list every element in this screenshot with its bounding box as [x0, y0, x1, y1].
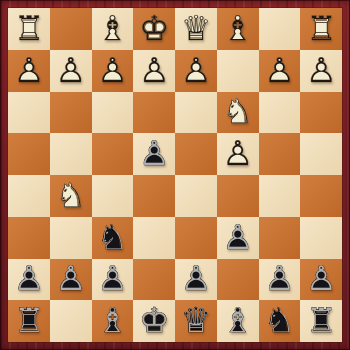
piece-black-king[interactable]: ♚♔	[133, 300, 175, 342]
square-a5[interactable]	[300, 175, 342, 217]
square-f4[interactable]	[92, 133, 134, 175]
black-bishop-outline-glyph: ♗	[217, 303, 259, 337]
white-pawn-outline-glyph: ♙	[259, 53, 301, 87]
square-a8[interactable]: ♜♖	[300, 300, 342, 342]
black-bishop-fill-glyph: ♝	[217, 303, 259, 337]
square-h7[interactable]: ♟♙	[8, 259, 50, 301]
white-pawn-outline-glyph: ♙	[300, 53, 342, 87]
square-f6[interactable]: ♞♘	[92, 217, 134, 259]
piece-white-pawn[interactable]: ♟♙	[8, 50, 50, 92]
square-d1[interactable]: ♛♕	[175, 8, 217, 50]
square-h3[interactable]	[8, 92, 50, 134]
white-knight-outline-glyph: ♘	[50, 178, 92, 212]
black-pawn-fill-glyph: ♟	[92, 261, 134, 295]
square-h6[interactable]	[8, 217, 50, 259]
piece-black-pawn[interactable]: ♟♙	[50, 259, 92, 301]
black-pawn-outline-glyph: ♙	[217, 220, 259, 254]
black-rook-outline-glyph: ♖	[8, 303, 50, 337]
piece-white-pawn[interactable]: ♟♙	[217, 133, 259, 175]
square-b7[interactable]: ♟♙	[259, 259, 301, 301]
black-pawn-fill-glyph: ♟	[217, 220, 259, 254]
square-e7[interactable]	[133, 259, 175, 301]
square-g1[interactable]	[50, 8, 92, 50]
square-e3[interactable]	[133, 92, 175, 134]
square-f7[interactable]: ♟♙	[92, 259, 134, 301]
square-f3[interactable]	[92, 92, 134, 134]
square-e4[interactable]: ♟♙	[133, 133, 175, 175]
square-d7[interactable]: ♟♙	[175, 259, 217, 301]
square-b6[interactable]	[259, 217, 301, 259]
square-g6[interactable]	[50, 217, 92, 259]
white-queen-fill-glyph: ♛	[175, 11, 217, 45]
piece-white-pawn[interactable]: ♟♙	[175, 50, 217, 92]
piece-black-pawn[interactable]: ♟♙	[133, 133, 175, 175]
black-pawn-outline-glyph: ♙	[175, 261, 217, 295]
black-pawn-outline-glyph: ♙	[133, 136, 175, 170]
square-a6[interactable]	[300, 217, 342, 259]
white-knight-outline-glyph: ♘	[217, 94, 259, 128]
piece-white-pawn[interactable]: ♟♙	[50, 50, 92, 92]
square-c2[interactable]	[217, 50, 259, 92]
chess-board: ♜♖♝♗♚♔♛♕♝♗♜♖♟♙♟♙♟♙♟♙♟♙♟♙♟♙♞♘♟♙♟♙♞♘♞♘♟♙♟♙…	[8, 8, 342, 342]
white-bishop-outline-glyph: ♗	[92, 11, 134, 45]
white-knight-fill-glyph: ♞	[217, 94, 259, 128]
square-g2[interactable]: ♟♙	[50, 50, 92, 92]
black-pawn-fill-glyph: ♟	[8, 261, 50, 295]
piece-white-queen[interactable]: ♛♕	[175, 8, 217, 50]
white-pawn-fill-glyph: ♟	[300, 53, 342, 87]
square-c4[interactable]: ♟♙	[217, 133, 259, 175]
piece-white-king[interactable]: ♚♔	[133, 8, 175, 50]
piece-white-bishop[interactable]: ♝♗	[92, 8, 134, 50]
white-knight-fill-glyph: ♞	[50, 178, 92, 212]
square-e1[interactable]: ♚♔	[133, 8, 175, 50]
black-pawn-fill-glyph: ♟	[175, 261, 217, 295]
square-f1[interactable]: ♝♗	[92, 8, 134, 50]
black-bishop-fill-glyph: ♝	[92, 303, 134, 337]
square-d2[interactable]: ♟♙	[175, 50, 217, 92]
black-pawn-outline-glyph: ♙	[50, 261, 92, 295]
white-pawn-outline-glyph: ♙	[133, 53, 175, 87]
black-rook-fill-glyph: ♜	[300, 303, 342, 337]
square-c3[interactable]: ♞♘	[217, 92, 259, 134]
white-bishop-outline-glyph: ♗	[217, 11, 259, 45]
square-e2[interactable]: ♟♙	[133, 50, 175, 92]
white-rook-fill-glyph: ♜	[8, 11, 50, 45]
white-king-fill-glyph: ♚	[133, 11, 175, 45]
black-bishop-outline-glyph: ♗	[92, 303, 134, 337]
board-frame: ♜♖♝♗♚♔♛♕♝♗♜♖♟♙♟♙♟♙♟♙♟♙♟♙♟♙♞♘♟♙♟♙♞♘♞♘♟♙♟♙…	[0, 0, 350, 350]
black-pawn-outline-glyph: ♙	[259, 261, 301, 295]
white-queen-outline-glyph: ♕	[175, 11, 217, 45]
square-d4[interactable]	[175, 133, 217, 175]
piece-black-knight[interactable]: ♞♘	[259, 300, 301, 342]
piece-black-pawn[interactable]: ♟♙	[259, 259, 301, 301]
square-c1[interactable]: ♝♗	[217, 8, 259, 50]
square-b3[interactable]	[259, 92, 301, 134]
black-rook-outline-glyph: ♖	[300, 303, 342, 337]
square-a7[interactable]: ♟♙	[300, 259, 342, 301]
piece-black-pawn[interactable]: ♟♙	[175, 259, 217, 301]
white-pawn-fill-glyph: ♟	[50, 53, 92, 87]
black-pawn-outline-glyph: ♙	[8, 261, 50, 295]
white-pawn-fill-glyph: ♟	[175, 53, 217, 87]
square-b2[interactable]: ♟♙	[259, 50, 301, 92]
square-d5[interactable]	[175, 175, 217, 217]
white-pawn-outline-glyph: ♙	[50, 53, 92, 87]
square-d8[interactable]: ♛♕	[175, 300, 217, 342]
white-pawn-fill-glyph: ♟	[92, 53, 134, 87]
black-king-fill-glyph: ♚	[133, 303, 175, 337]
square-f8[interactable]: ♝♗	[92, 300, 134, 342]
square-g4[interactable]	[50, 133, 92, 175]
black-pawn-outline-glyph: ♙	[92, 261, 134, 295]
square-g5[interactable]: ♞♘	[50, 175, 92, 217]
square-h2[interactable]: ♟♙	[8, 50, 50, 92]
piece-black-pawn[interactable]: ♟♙	[92, 259, 134, 301]
piece-white-bishop[interactable]: ♝♗	[217, 8, 259, 50]
black-knight-fill-glyph: ♞	[259, 303, 301, 337]
black-knight-fill-glyph: ♞	[92, 220, 134, 254]
square-g7[interactable]: ♟♙	[50, 259, 92, 301]
black-rook-fill-glyph: ♜	[8, 303, 50, 337]
square-g3[interactable]	[50, 92, 92, 134]
square-c8[interactable]: ♝♗	[217, 300, 259, 342]
piece-black-queen[interactable]: ♛♕	[175, 300, 217, 342]
square-f2[interactable]: ♟♙	[92, 50, 134, 92]
black-pawn-fill-glyph: ♟	[300, 261, 342, 295]
piece-white-pawn[interactable]: ♟♙	[133, 50, 175, 92]
square-g8[interactable]	[50, 300, 92, 342]
square-c7[interactable]	[217, 259, 259, 301]
piece-black-pawn[interactable]: ♟♙	[8, 259, 50, 301]
square-f5[interactable]	[92, 175, 134, 217]
black-knight-outline-glyph: ♘	[259, 303, 301, 337]
piece-white-knight[interactable]: ♞♘	[50, 175, 92, 217]
piece-black-rook[interactable]: ♜♖	[300, 300, 342, 342]
square-a3[interactable]	[300, 92, 342, 134]
square-c5[interactable]	[217, 175, 259, 217]
square-d6[interactable]	[175, 217, 217, 259]
piece-white-pawn[interactable]: ♟♙	[259, 50, 301, 92]
square-b5[interactable]	[259, 175, 301, 217]
white-pawn-outline-glyph: ♙	[92, 53, 134, 87]
white-pawn-outline-glyph: ♙	[217, 136, 259, 170]
white-bishop-fill-glyph: ♝	[92, 11, 134, 45]
square-c6[interactable]: ♟♙	[217, 217, 259, 259]
square-e5[interactable]	[133, 175, 175, 217]
white-pawn-fill-glyph: ♟	[8, 53, 50, 87]
piece-white-pawn[interactable]: ♟♙	[92, 50, 134, 92]
white-pawn-fill-glyph: ♟	[259, 53, 301, 87]
black-pawn-fill-glyph: ♟	[133, 136, 175, 170]
black-queen-fill-glyph: ♛	[175, 303, 217, 337]
square-d3[interactable]	[175, 92, 217, 134]
piece-white-pawn[interactable]: ♟♙	[300, 50, 342, 92]
square-a1[interactable]: ♜♖	[300, 8, 342, 50]
piece-black-bishop[interactable]: ♝♗	[217, 300, 259, 342]
black-king-outline-glyph: ♔	[133, 303, 175, 337]
square-a2[interactable]: ♟♙	[300, 50, 342, 92]
square-b1[interactable]	[259, 8, 301, 50]
black-pawn-fill-glyph: ♟	[259, 261, 301, 295]
white-pawn-fill-glyph: ♟	[217, 136, 259, 170]
white-bishop-fill-glyph: ♝	[217, 11, 259, 45]
black-knight-outline-glyph: ♘	[92, 220, 134, 254]
square-h4[interactable]	[8, 133, 50, 175]
square-h5[interactable]	[8, 175, 50, 217]
square-e8[interactable]: ♚♔	[133, 300, 175, 342]
square-h1[interactable]: ♜♖	[8, 8, 50, 50]
piece-black-bishop[interactable]: ♝♗	[92, 300, 134, 342]
piece-black-pawn[interactable]: ♟♙	[300, 259, 342, 301]
black-pawn-fill-glyph: ♟	[50, 261, 92, 295]
piece-black-pawn[interactable]: ♟♙	[217, 217, 259, 259]
piece-white-rook[interactable]: ♜♖	[8, 8, 50, 50]
piece-black-knight[interactable]: ♞♘	[92, 217, 134, 259]
white-pawn-fill-glyph: ♟	[133, 53, 175, 87]
black-queen-outline-glyph: ♕	[175, 303, 217, 337]
black-pawn-outline-glyph: ♙	[300, 261, 342, 295]
square-b4[interactable]	[259, 133, 301, 175]
piece-white-rook[interactable]: ♜♖	[300, 8, 342, 50]
square-a4[interactable]	[300, 133, 342, 175]
piece-black-rook[interactable]: ♜♖	[8, 300, 50, 342]
white-king-outline-glyph: ♔	[133, 11, 175, 45]
white-pawn-outline-glyph: ♙	[8, 53, 50, 87]
white-rook-outline-glyph: ♖	[300, 11, 342, 45]
square-b8[interactable]: ♞♘	[259, 300, 301, 342]
square-h8[interactable]: ♜♖	[8, 300, 50, 342]
white-rook-fill-glyph: ♜	[300, 11, 342, 45]
piece-white-knight[interactable]: ♞♘	[217, 92, 259, 134]
white-rook-outline-glyph: ♖	[8, 11, 50, 45]
square-e6[interactable]	[133, 217, 175, 259]
white-pawn-outline-glyph: ♙	[175, 53, 217, 87]
